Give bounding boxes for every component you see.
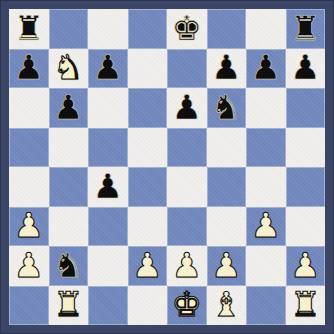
square-c8[interactable] <box>88 9 128 49</box>
square-b1[interactable]: ♜ <box>49 286 89 326</box>
chess-board: ♜♚♜♟♞♟♟♟♟♟♟♞♟♟♟♟♞♟♟♟♟♜♚♝♜ <box>9 9 325 325</box>
square-h6[interactable] <box>286 88 326 128</box>
square-e8[interactable]: ♚ <box>167 9 207 49</box>
square-c1[interactable] <box>88 286 128 326</box>
square-d3[interactable] <box>128 207 168 247</box>
piece-black-rook: ♜ <box>14 11 44 45</box>
piece-white-rook: ♜ <box>53 287 83 321</box>
square-a8[interactable]: ♜ <box>9 9 49 49</box>
square-b8[interactable] <box>49 9 89 49</box>
piece-black-knight: ♞ <box>211 90 241 124</box>
piece-black-rook: ♜ <box>290 11 320 45</box>
piece-white-pawn: ♟ <box>14 208 44 242</box>
square-d2[interactable]: ♟ <box>128 246 168 286</box>
square-c3[interactable] <box>88 207 128 247</box>
square-h5[interactable] <box>286 128 326 168</box>
square-g3[interactable]: ♟ <box>246 207 286 247</box>
square-e5[interactable] <box>167 128 207 168</box>
square-c5[interactable] <box>88 128 128 168</box>
square-d4[interactable] <box>128 167 168 207</box>
piece-white-pawn: ♟ <box>14 248 44 282</box>
square-b7[interactable]: ♞ <box>49 49 89 89</box>
piece-white-pawn: ♟ <box>290 248 320 282</box>
piece-black-pawn: ♟ <box>93 50 123 84</box>
square-a1[interactable] <box>9 286 49 326</box>
piece-black-king: ♚ <box>172 11 202 45</box>
square-a4[interactable] <box>9 167 49 207</box>
square-d6[interactable] <box>128 88 168 128</box>
square-d5[interactable] <box>128 128 168 168</box>
square-e2[interactable]: ♟ <box>167 246 207 286</box>
square-d1[interactable] <box>128 286 168 326</box>
square-e7[interactable] <box>167 49 207 89</box>
square-b3[interactable] <box>49 207 89 247</box>
square-g1[interactable] <box>246 286 286 326</box>
square-d7[interactable] <box>128 49 168 89</box>
piece-white-king: ♚ <box>172 287 202 321</box>
square-b4[interactable] <box>49 167 89 207</box>
square-a7[interactable]: ♟ <box>9 49 49 89</box>
square-e3[interactable] <box>167 207 207 247</box>
square-a2[interactable]: ♟ <box>9 246 49 286</box>
square-h8[interactable]: ♜ <box>286 9 326 49</box>
square-a3[interactable]: ♟ <box>9 207 49 247</box>
square-c7[interactable]: ♟ <box>88 49 128 89</box>
square-f8[interactable] <box>207 9 247 49</box>
square-b6[interactable]: ♟ <box>49 88 89 128</box>
square-g2[interactable] <box>246 246 286 286</box>
square-h7[interactable]: ♟ <box>286 49 326 89</box>
piece-white-bishop: ♝ <box>211 287 241 321</box>
square-e1[interactable]: ♚ <box>167 286 207 326</box>
square-g7[interactable]: ♟ <box>246 49 286 89</box>
square-c4[interactable]: ♟ <box>88 167 128 207</box>
square-f6[interactable]: ♞ <box>207 88 247 128</box>
square-a6[interactable] <box>9 88 49 128</box>
square-g8[interactable] <box>246 9 286 49</box>
square-h1[interactable]: ♜ <box>286 286 326 326</box>
square-h2[interactable]: ♟ <box>286 246 326 286</box>
square-g4[interactable] <box>246 167 286 207</box>
square-f1[interactable]: ♝ <box>207 286 247 326</box>
square-d8[interactable] <box>128 9 168 49</box>
square-f3[interactable] <box>207 207 247 247</box>
square-g5[interactable] <box>246 128 286 168</box>
square-a5[interactable] <box>9 128 49 168</box>
square-g6[interactable] <box>246 88 286 128</box>
piece-white-pawn: ♟ <box>211 248 241 282</box>
square-e4[interactable] <box>167 167 207 207</box>
piece-white-pawn: ♟ <box>172 248 202 282</box>
square-f7[interactable]: ♟ <box>207 49 247 89</box>
piece-black-pawn: ♟ <box>251 50 281 84</box>
piece-black-pawn: ♟ <box>211 50 241 84</box>
square-h3[interactable] <box>286 207 326 247</box>
piece-black-knight: ♞ <box>53 248 83 282</box>
square-e6[interactable]: ♟ <box>167 88 207 128</box>
square-c2[interactable] <box>88 246 128 286</box>
square-f4[interactable] <box>207 167 247 207</box>
square-b5[interactable] <box>49 128 89 168</box>
piece-black-pawn: ♟ <box>14 50 44 84</box>
square-h4[interactable] <box>286 167 326 207</box>
square-c6[interactable] <box>88 88 128 128</box>
square-f5[interactable] <box>207 128 247 168</box>
piece-black-pawn: ♟ <box>290 50 320 84</box>
square-f2[interactable]: ♟ <box>207 246 247 286</box>
piece-white-rook: ♜ <box>290 287 320 321</box>
chess-board-frame: ♜♚♜♟♞♟♟♟♟♟♟♞♟♟♟♟♞♟♟♟♟♜♚♝♜ <box>0 0 334 334</box>
piece-white-pawn: ♟ <box>251 208 281 242</box>
square-b2[interactable]: ♞ <box>49 246 89 286</box>
piece-black-pawn: ♟ <box>172 90 202 124</box>
piece-black-pawn: ♟ <box>53 90 83 124</box>
piece-white-pawn: ♟ <box>132 248 162 282</box>
piece-white-knight: ♞ <box>53 50 83 84</box>
piece-black-pawn: ♟ <box>93 169 123 203</box>
